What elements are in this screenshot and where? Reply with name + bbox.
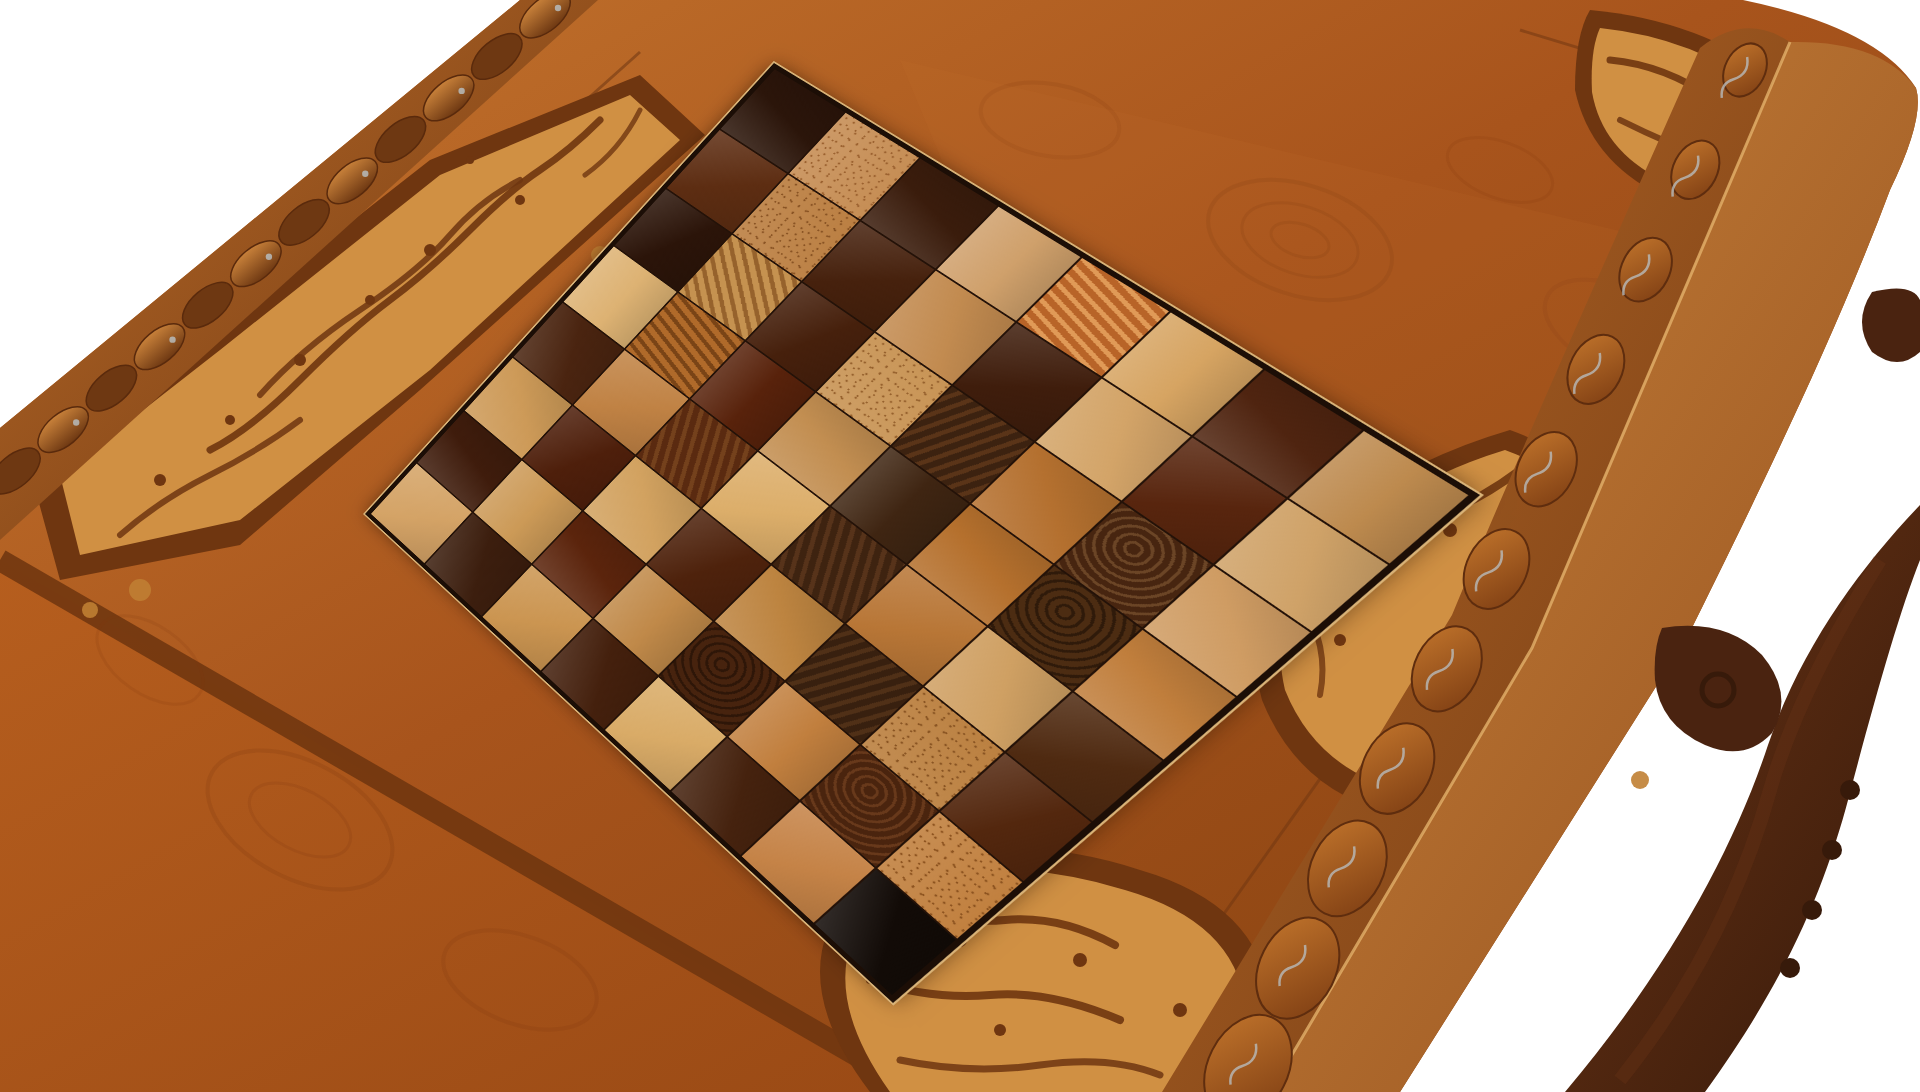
- bead-glint: [73, 419, 79, 425]
- bead-glint: [266, 254, 272, 260]
- bead-glint: [458, 88, 464, 94]
- bead-glint: [555, 5, 561, 11]
- bead-glint: [362, 171, 368, 177]
- photo-canvas: [0, 0, 1920, 1092]
- bead-glint: [169, 336, 175, 342]
- ear-scroll: [1862, 288, 1920, 362]
- knee-bracket-volute: [1655, 626, 1782, 751]
